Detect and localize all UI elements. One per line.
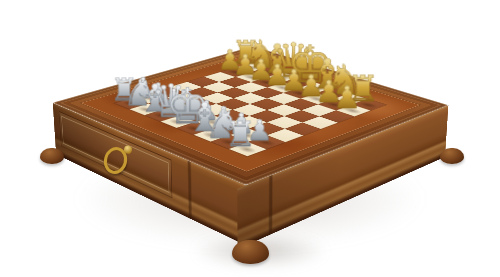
scene: ♜♞♝♛♚♝♞♜♟♟♟♟♟♟♟♟♟♟♟♟♟♟♟♟♜♞♝♛♚♝♞♜ bbox=[0, 0, 500, 277]
bun-foot-right bbox=[440, 148, 464, 164]
product-photo-stage: ♜♞♝♛♚♝♞♜♟♟♟♟♟♟♟♟♟♟♟♟♟♟♟♟♜♞♝♛♚♝♞♜ bbox=[0, 0, 500, 277]
silver-rook[interactable]: ♜ bbox=[225, 117, 256, 152]
brass-pawn[interactable]: ♟ bbox=[334, 82, 361, 113]
bun-foot-near bbox=[232, 240, 269, 264]
chess-board: ♜♞♝♛♚♝♞♜♟♟♟♟♟♟♟♟♟♟♟♟♟♟♟♟♜♞♝♛♚♝♞♜ bbox=[115, 63, 386, 157]
bun-foot-left bbox=[40, 148, 64, 164]
